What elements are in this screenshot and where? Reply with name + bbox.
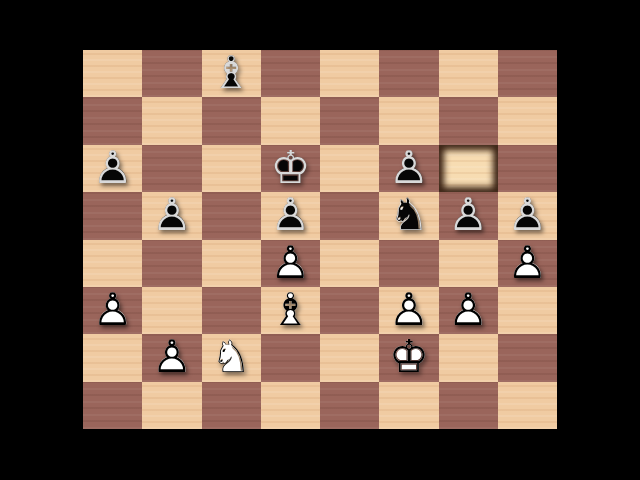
square-f2[interactable]: ♚︎♔︎: [379, 334, 438, 381]
square-d4[interactable]: ♟︎♙︎: [261, 240, 320, 287]
black-pawn-piece[interactable]: ♟︎♙︎: [507, 192, 547, 237]
white-pawn-piece[interactable]: ♟︎♙︎: [270, 240, 310, 285]
square-c6[interactable]: [202, 145, 261, 192]
square-a7[interactable]: [83, 97, 142, 144]
black-pawn-glyph-outline: ♙︎: [92, 145, 132, 190]
white-pawn-glyph-outline: ♙︎: [389, 287, 429, 332]
white-knight-piece[interactable]: ♞︎♘︎: [211, 334, 251, 379]
black-pawn-glyph-outline: ♙︎: [152, 192, 192, 237]
video-frame-background: { "game": "chess", "position": { "fen_bo…: [0, 0, 640, 480]
white-pawn-piece[interactable]: ♟︎♙︎: [92, 287, 132, 332]
square-c7[interactable]: [202, 97, 261, 144]
square-b3[interactable]: [142, 287, 201, 334]
square-f7[interactable]: [379, 97, 438, 144]
square-e5[interactable]: [320, 192, 379, 239]
square-e7[interactable]: [320, 97, 379, 144]
black-pawn-piece[interactable]: ♟︎♙︎: [389, 145, 429, 190]
square-f1[interactable]: [379, 382, 438, 429]
square-a2[interactable]: [83, 334, 142, 381]
black-pawn-piece[interactable]: ♟︎♙︎: [270, 192, 310, 237]
chess-board: ♝︎♗︎♟︎♙︎♚︎♔︎♟︎♙︎♟︎♙︎♟︎♙︎♞︎♘︎♟︎♙︎♟︎♙︎♟︎♙︎…: [83, 50, 557, 429]
black-pawn-glyph-outline: ♙︎: [270, 192, 310, 237]
square-f5[interactable]: ♞︎♘︎: [379, 192, 438, 239]
square-f4[interactable]: [379, 240, 438, 287]
square-g4[interactable]: [439, 240, 498, 287]
square-d6[interactable]: ♚︎♔︎: [261, 145, 320, 192]
square-f3[interactable]: ♟︎♙︎: [379, 287, 438, 334]
black-pawn-piece[interactable]: ♟︎♙︎: [448, 192, 488, 237]
square-d2[interactable]: [261, 334, 320, 381]
square-d8[interactable]: [261, 50, 320, 97]
square-g8[interactable]: [439, 50, 498, 97]
square-g7[interactable]: [439, 97, 498, 144]
square-d5[interactable]: ♟︎♙︎: [261, 192, 320, 239]
square-h2[interactable]: [498, 334, 557, 381]
square-e1[interactable]: [320, 382, 379, 429]
white-bishop-glyph-outline: ♗︎: [270, 287, 310, 332]
square-h1[interactable]: [498, 382, 557, 429]
white-pawn-glyph-outline: ♙︎: [270, 240, 310, 285]
square-b1[interactable]: [142, 382, 201, 429]
square-b6[interactable]: [142, 145, 201, 192]
square-a6[interactable]: ♟︎♙︎: [83, 145, 142, 192]
square-c4[interactable]: [202, 240, 261, 287]
square-d3[interactable]: ♝︎♗︎: [261, 287, 320, 334]
square-h8[interactable]: [498, 50, 557, 97]
square-g6[interactable]: [439, 145, 498, 192]
square-b5[interactable]: ♟︎♙︎: [142, 192, 201, 239]
white-pawn-piece[interactable]: ♟︎♙︎: [152, 334, 192, 379]
square-e4[interactable]: [320, 240, 379, 287]
square-e3[interactable]: [320, 287, 379, 334]
square-h3[interactable]: [498, 287, 557, 334]
white-pawn-piece[interactable]: ♟︎♙︎: [507, 240, 547, 285]
square-h7[interactable]: [498, 97, 557, 144]
square-c1[interactable]: [202, 382, 261, 429]
square-c8[interactable]: ♝︎♗︎: [202, 50, 261, 97]
white-pawn-piece[interactable]: ♟︎♙︎: [448, 287, 488, 332]
white-pawn-glyph-outline: ♙︎: [152, 334, 192, 379]
black-pawn-glyph-outline: ♙︎: [448, 192, 488, 237]
square-h4[interactable]: ♟︎♙︎: [498, 240, 557, 287]
square-f8[interactable]: [379, 50, 438, 97]
white-bishop-piece[interactable]: ♝︎♗︎: [270, 287, 310, 332]
square-a5[interactable]: [83, 192, 142, 239]
white-king-glyph-outline: ♔︎: [389, 334, 429, 379]
square-a3[interactable]: ♟︎♙︎: [83, 287, 142, 334]
square-a4[interactable]: [83, 240, 142, 287]
square-b7[interactable]: [142, 97, 201, 144]
square-e6[interactable]: [320, 145, 379, 192]
black-pawn-glyph-outline: ♙︎: [389, 145, 429, 190]
square-h5[interactable]: ♟︎♙︎: [498, 192, 557, 239]
square-g5[interactable]: ♟︎♙︎: [439, 192, 498, 239]
black-pawn-piece[interactable]: ♟︎♙︎: [152, 192, 192, 237]
black-king-piece[interactable]: ♚︎♔︎: [270, 145, 310, 190]
square-c3[interactable]: [202, 287, 261, 334]
black-king-glyph-outline: ♔︎: [270, 145, 310, 190]
square-g2[interactable]: [439, 334, 498, 381]
white-pawn-glyph-outline: ♙︎: [448, 287, 488, 332]
square-c2[interactable]: ♞︎♘︎: [202, 334, 261, 381]
square-a1[interactable]: [83, 382, 142, 429]
black-knight-glyph-outline: ♘︎: [389, 192, 429, 237]
white-king-piece[interactable]: ♚︎♔︎: [389, 334, 429, 379]
square-b8[interactable]: [142, 50, 201, 97]
square-b2[interactable]: ♟︎♙︎: [142, 334, 201, 381]
black-bishop-glyph-outline: ♗︎: [211, 50, 251, 95]
white-knight-glyph-outline: ♘︎: [211, 334, 251, 379]
white-pawn-glyph-outline: ♙︎: [92, 287, 132, 332]
square-c5[interactable]: [202, 192, 261, 239]
black-knight-piece[interactable]: ♞︎♘︎: [389, 192, 429, 237]
square-e8[interactable]: [320, 50, 379, 97]
square-g3[interactable]: ♟︎♙︎: [439, 287, 498, 334]
square-e2[interactable]: [320, 334, 379, 381]
square-d1[interactable]: [261, 382, 320, 429]
square-d7[interactable]: [261, 97, 320, 144]
white-pawn-piece[interactable]: ♟︎♙︎: [389, 287, 429, 332]
square-f6[interactable]: ♟︎♙︎: [379, 145, 438, 192]
square-a8[interactable]: [83, 50, 142, 97]
black-bishop-piece[interactable]: ♝︎♗︎: [211, 50, 251, 95]
square-h6[interactable]: [498, 145, 557, 192]
black-pawn-piece[interactable]: ♟︎♙︎: [92, 145, 132, 190]
square-g1[interactable]: [439, 382, 498, 429]
square-b4[interactable]: [142, 240, 201, 287]
white-pawn-glyph-outline: ♙︎: [507, 240, 547, 285]
black-pawn-glyph-outline: ♙︎: [507, 192, 547, 237]
